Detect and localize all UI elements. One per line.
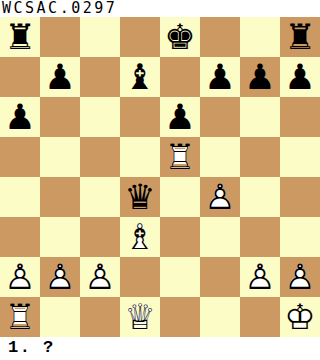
square-c4[interactable] — [80, 177, 120, 217]
piece-white-pawn: ♙ — [240, 257, 280, 297]
piece-white-bishop: ♗ — [120, 217, 160, 257]
square-b7[interactable]: ♟ — [40, 57, 80, 97]
square-a6[interactable]: ♟ — [0, 97, 40, 137]
chess-board: ♜♚♜♟♝♟♟♟♟♟♜♖♛♟♙♝♗♟♙♟♙♟♙♟♙♟♙♜♖♛♕♚♔ — [0, 17, 320, 337]
piece-black-queen: ♛ — [120, 177, 160, 217]
square-d3[interactable]: ♝♗ — [120, 217, 160, 257]
piece-black-rook: ♜ — [0, 17, 40, 57]
square-e4[interactable] — [160, 177, 200, 217]
square-f4[interactable]: ♟♙ — [200, 177, 240, 217]
square-e6[interactable]: ♟ — [160, 97, 200, 137]
square-c8[interactable] — [80, 17, 120, 57]
square-h3[interactable] — [280, 217, 320, 257]
square-d7[interactable]: ♝ — [120, 57, 160, 97]
square-f6[interactable] — [200, 97, 240, 137]
square-f5[interactable] — [200, 137, 240, 177]
piece-black-pawn: ♟ — [200, 57, 240, 97]
square-b2[interactable]: ♟♙ — [40, 257, 80, 297]
square-c7[interactable] — [80, 57, 120, 97]
piece-white-rook: ♖ — [160, 137, 200, 177]
piece-white-rook: ♖ — [0, 297, 40, 337]
piece-black-pawn: ♟ — [240, 57, 280, 97]
piece-white-king: ♔ — [280, 297, 320, 337]
piece-black-pawn: ♟ — [0, 97, 40, 137]
square-g5[interactable] — [240, 137, 280, 177]
square-b1[interactable] — [40, 297, 80, 337]
piece-black-pawn: ♟ — [40, 57, 80, 97]
square-h7[interactable]: ♟ — [280, 57, 320, 97]
square-d8[interactable] — [120, 17, 160, 57]
square-h2[interactable]: ♟♙ — [280, 257, 320, 297]
square-a3[interactable] — [0, 217, 40, 257]
square-f2[interactable] — [200, 257, 240, 297]
square-b5[interactable] — [40, 137, 80, 177]
piece-white-pawn: ♙ — [80, 257, 120, 297]
square-b3[interactable] — [40, 217, 80, 257]
square-g2[interactable]: ♟♙ — [240, 257, 280, 297]
square-h4[interactable] — [280, 177, 320, 217]
square-c6[interactable] — [80, 97, 120, 137]
square-b6[interactable] — [40, 97, 80, 137]
move-prompt: 1. ? — [0, 337, 320, 360]
piece-black-rook: ♜ — [280, 17, 320, 57]
square-d2[interactable] — [120, 257, 160, 297]
square-a5[interactable] — [0, 137, 40, 177]
square-a4[interactable] — [0, 177, 40, 217]
piece-black-king: ♚ — [160, 17, 200, 57]
square-a2[interactable]: ♟♙ — [0, 257, 40, 297]
square-a7[interactable] — [0, 57, 40, 97]
square-g8[interactable] — [240, 17, 280, 57]
square-c1[interactable] — [80, 297, 120, 337]
square-e7[interactable] — [160, 57, 200, 97]
diagram-title: WCSAC.0297 — [0, 0, 320, 17]
square-h6[interactable] — [280, 97, 320, 137]
square-d1[interactable]: ♛♕ — [120, 297, 160, 337]
square-e2[interactable] — [160, 257, 200, 297]
square-e5[interactable]: ♜♖ — [160, 137, 200, 177]
square-e1[interactable] — [160, 297, 200, 337]
square-c5[interactable] — [80, 137, 120, 177]
square-f3[interactable] — [200, 217, 240, 257]
square-a1[interactable]: ♜♖ — [0, 297, 40, 337]
chess-diagram-page: WCSAC.0297 ♜♚♜♟♝♟♟♟♟♟♜♖♛♟♙♝♗♟♙♟♙♟♙♟♙♟♙♜♖… — [0, 0, 320, 360]
square-b8[interactable] — [40, 17, 80, 57]
square-d4[interactable]: ♛ — [120, 177, 160, 217]
piece-white-pawn: ♙ — [40, 257, 80, 297]
piece-white-queen: ♕ — [120, 297, 160, 337]
piece-black-pawn: ♟ — [160, 97, 200, 137]
square-f7[interactable]: ♟ — [200, 57, 240, 97]
piece-black-bishop: ♝ — [120, 57, 160, 97]
piece-white-pawn: ♙ — [280, 257, 320, 297]
square-g6[interactable] — [240, 97, 280, 137]
square-a8[interactable]: ♜ — [0, 17, 40, 57]
piece-white-pawn: ♙ — [0, 257, 40, 297]
square-f1[interactable] — [200, 297, 240, 337]
square-f8[interactable] — [200, 17, 240, 57]
square-c2[interactable]: ♟♙ — [80, 257, 120, 297]
square-c3[interactable] — [80, 217, 120, 257]
square-d6[interactable] — [120, 97, 160, 137]
square-e8[interactable]: ♚ — [160, 17, 200, 57]
square-g4[interactable] — [240, 177, 280, 217]
square-g3[interactable] — [240, 217, 280, 257]
square-d5[interactable] — [120, 137, 160, 177]
square-h8[interactable]: ♜ — [280, 17, 320, 57]
square-g7[interactable]: ♟ — [240, 57, 280, 97]
square-h1[interactable]: ♚♔ — [280, 297, 320, 337]
piece-black-pawn: ♟ — [280, 57, 320, 97]
square-h5[interactable] — [280, 137, 320, 177]
square-b4[interactable] — [40, 177, 80, 217]
square-g1[interactable] — [240, 297, 280, 337]
piece-white-pawn: ♙ — [200, 177, 240, 217]
square-e3[interactable] — [160, 217, 200, 257]
